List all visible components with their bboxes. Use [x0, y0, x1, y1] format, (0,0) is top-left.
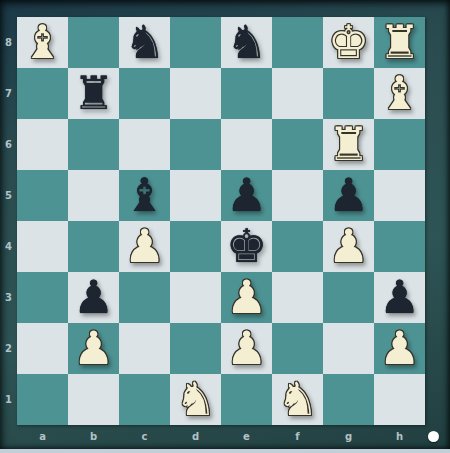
- square-c2[interactable]: [119, 323, 170, 374]
- square-a5[interactable]: [17, 170, 68, 221]
- square-d4[interactable]: [170, 221, 221, 272]
- black-knight-c8[interactable]: ♞: [124, 17, 165, 68]
- square-f4[interactable]: [272, 221, 323, 272]
- file-label-h: h: [374, 425, 425, 449]
- file-labels: abcdefgh: [17, 425, 425, 449]
- square-f1[interactable]: ♞: [272, 374, 323, 425]
- square-e4[interactable]: ♚: [221, 221, 272, 272]
- rank-label-7: 7: [0, 68, 17, 119]
- square-b3[interactable]: ♟: [68, 272, 119, 323]
- square-c1[interactable]: [119, 374, 170, 425]
- square-c8[interactable]: ♞: [119, 17, 170, 68]
- black-king-e4[interactable]: ♚: [226, 221, 267, 272]
- square-b8[interactable]: [68, 17, 119, 68]
- square-d5[interactable]: [170, 170, 221, 221]
- black-pawn-h3[interactable]: ♟: [379, 272, 420, 323]
- square-b4[interactable]: [68, 221, 119, 272]
- rank-label-3: 3: [0, 272, 17, 323]
- white-bishop-h7[interactable]: ♝: [379, 68, 420, 119]
- square-d2[interactable]: [170, 323, 221, 374]
- square-e3[interactable]: ♟: [221, 272, 272, 323]
- square-e2[interactable]: ♟: [221, 323, 272, 374]
- square-c5[interactable]: ♝: [119, 170, 170, 221]
- white-pawn-h2[interactable]: ♟: [379, 323, 420, 374]
- file-label-g: g: [323, 425, 374, 449]
- square-h5[interactable]: [374, 170, 425, 221]
- white-pawn-b2[interactable]: ♟: [73, 323, 114, 374]
- white-knight-f1[interactable]: ♞: [277, 374, 318, 425]
- square-b5[interactable]: [68, 170, 119, 221]
- square-e5[interactable]: ♟: [221, 170, 272, 221]
- file-label-f: f: [272, 425, 323, 449]
- white-rook-h8[interactable]: ♜: [379, 17, 420, 68]
- square-f3[interactable]: [272, 272, 323, 323]
- square-a7[interactable]: [17, 68, 68, 119]
- file-label-d: d: [170, 425, 221, 449]
- square-g3[interactable]: [323, 272, 374, 323]
- square-g4[interactable]: ♟: [323, 221, 374, 272]
- white-pawn-e3[interactable]: ♟: [226, 272, 267, 323]
- rank-label-8: 8: [0, 17, 17, 68]
- square-e1[interactable]: [221, 374, 272, 425]
- square-h3[interactable]: ♟: [374, 272, 425, 323]
- square-b1[interactable]: [68, 374, 119, 425]
- white-bishop-a8[interactable]: ♝: [22, 17, 63, 68]
- square-g6[interactable]: ♜: [323, 119, 374, 170]
- rank-labels: 87654321: [0, 17, 17, 425]
- square-b7[interactable]: ♜: [68, 68, 119, 119]
- rank-label-4: 4: [0, 221, 17, 272]
- square-f2[interactable]: [272, 323, 323, 374]
- square-g1[interactable]: [323, 374, 374, 425]
- square-h1[interactable]: [374, 374, 425, 425]
- square-a3[interactable]: [17, 272, 68, 323]
- black-pawn-g5[interactable]: ♟: [328, 170, 369, 221]
- black-knight-e8[interactable]: ♞: [226, 17, 267, 68]
- square-b6[interactable]: [68, 119, 119, 170]
- white-to-move-indicator: [428, 431, 439, 442]
- rank-label-6: 6: [0, 119, 17, 170]
- square-a8[interactable]: ♝: [17, 17, 68, 68]
- square-h6[interactable]: [374, 119, 425, 170]
- rank-label-2: 2: [0, 323, 17, 374]
- file-label-b: b: [68, 425, 119, 449]
- white-pawn-e2[interactable]: ♟: [226, 323, 267, 374]
- file-label-a: a: [17, 425, 68, 449]
- square-a2[interactable]: [17, 323, 68, 374]
- square-h4[interactable]: [374, 221, 425, 272]
- square-h8[interactable]: ♜: [374, 17, 425, 68]
- rank-label-5: 5: [0, 170, 17, 221]
- square-a1[interactable]: [17, 374, 68, 425]
- rank-label-1: 1: [0, 374, 17, 425]
- square-c3[interactable]: [119, 272, 170, 323]
- file-label-e: e: [221, 425, 272, 449]
- black-rook-b7[interactable]: ♜: [73, 68, 114, 119]
- square-f6[interactable]: [272, 119, 323, 170]
- white-pawn-g4[interactable]: ♟: [328, 221, 369, 272]
- square-b2[interactable]: ♟: [68, 323, 119, 374]
- square-d6[interactable]: [170, 119, 221, 170]
- white-king-g8[interactable]: ♚: [328, 17, 369, 68]
- square-c6[interactable]: [119, 119, 170, 170]
- white-rook-g6[interactable]: ♜: [328, 119, 369, 170]
- black-pawn-e5[interactable]: ♟: [226, 170, 267, 221]
- square-c4[interactable]: ♟: [119, 221, 170, 272]
- black-bishop-c5[interactable]: ♝: [124, 170, 165, 221]
- square-e7[interactable]: [221, 68, 272, 119]
- square-h2[interactable]: ♟: [374, 323, 425, 374]
- board: ♝♞♞♚♜♜♝♜♝♟♟♟♚♟♟♟♟♟♟♟♞♞: [17, 17, 425, 425]
- square-f8[interactable]: [272, 17, 323, 68]
- square-g2[interactable]: [323, 323, 374, 374]
- white-knight-d1[interactable]: ♞: [175, 374, 216, 425]
- page-background-strip: [0, 449, 450, 453]
- square-f7[interactable]: [272, 68, 323, 119]
- square-h7[interactable]: ♝: [374, 68, 425, 119]
- square-a6[interactable]: [17, 119, 68, 170]
- square-c7[interactable]: [119, 68, 170, 119]
- square-g5[interactable]: ♟: [323, 170, 374, 221]
- square-g8[interactable]: ♚: [323, 17, 374, 68]
- square-a4[interactable]: [17, 221, 68, 272]
- white-pawn-c4[interactable]: ♟: [124, 221, 165, 272]
- square-d7[interactable]: [170, 68, 221, 119]
- square-g7[interactable]: [323, 68, 374, 119]
- square-e6[interactable]: [221, 119, 272, 170]
- square-d1[interactable]: ♞: [170, 374, 221, 425]
- square-d8[interactable]: [170, 17, 221, 68]
- square-e8[interactable]: ♞: [221, 17, 272, 68]
- black-pawn-b3[interactable]: ♟: [73, 272, 114, 323]
- file-label-c: c: [119, 425, 170, 449]
- square-f5[interactable]: [272, 170, 323, 221]
- square-d3[interactable]: [170, 272, 221, 323]
